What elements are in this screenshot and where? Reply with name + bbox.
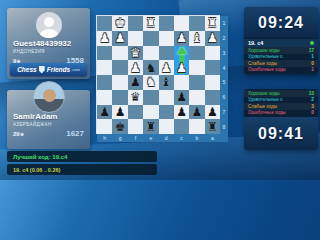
white-clock: 09:24 [244,7,318,38]
stat-label: Хорошие ходы [248,48,279,53]
square-c8[interactable] [174,119,189,134]
square-d7[interactable] [159,105,174,120]
black-clock-time: 09:41 [258,125,304,143]
rank-label-2: 2 [220,31,228,46]
piece-f6: ♛ [130,91,141,103]
stat-value: 13 [309,91,314,96]
square-a4[interactable] [205,60,220,75]
square-h2[interactable]: ♟ [97,31,112,46]
avatar-photo [43,89,56,102]
piece-g8: ♚ [115,121,126,133]
chessfriends-logo[interactable]: Chess Friends .com [10,63,87,76]
avatar-black[interactable] [33,81,65,113]
square-g1[interactable]: ♚ [112,16,127,31]
square-h4[interactable] [97,60,112,75]
stat-row-3: Ошибочные ходы1 [244,67,318,74]
stat-value: 0 [311,61,314,66]
stat-label: Ошибочные ходы [248,110,286,115]
eval-line: 19. c4 (0.06→0.26) [7,164,157,175]
file-label-c: c [174,134,189,142]
best-move-text: Лучший ход: 19.c4 [13,154,67,160]
piece-g2: ♟ [115,32,126,44]
square-f4[interactable]: ♟ [128,60,143,75]
black-stats: Хорошие ходы13Удивительные х.2Слабые ход… [244,89,318,117]
square-b8[interactable] [189,119,204,134]
piece-e4: ♞ [145,62,156,74]
shield-icon [39,66,45,74]
square-c5[interactable] [174,75,189,90]
piece-f3: ♛ [130,47,141,59]
stat-label: Ошибочные ходы [248,67,286,72]
piece-h2: ♟ [99,32,110,44]
file-label-h: h [97,134,112,142]
square-h3[interactable] [97,46,112,61]
last-move-label: 19. c4 [248,40,263,46]
square-a1[interactable]: ♜ [205,16,220,31]
square-a5[interactable] [205,75,220,90]
square-d2[interactable] [159,31,174,46]
arrow-head [177,46,187,54]
square-b4[interactable] [189,60,204,75]
square-h6[interactable] [97,90,112,105]
square-c1[interactable] [174,16,189,31]
rank-label-6: 6 [220,90,228,105]
square-f6[interactable]: ♛ [128,90,143,105]
square-g6[interactable] [112,90,127,105]
stat-value: 1 [311,54,314,59]
piece-c7: ♟ [176,106,187,118]
square-b7[interactable]: ♟ [189,105,204,120]
piece-a2: ♟ [207,32,218,44]
stat-value: 3 [311,104,314,109]
file-label-b: b [189,134,204,142]
piece-f5: ♟ [130,76,141,88]
last-move-row[interactable]: 19. c4 [244,39,318,47]
square-f3[interactable]: ♛ [128,46,143,61]
stat-label: Удивительные х. [248,54,284,59]
stat-value: 2 [311,97,314,102]
file-label-d: d [159,134,174,142]
square-h8[interactable] [97,119,112,134]
white-panel: 09:24 19. c4 Хорошие ходы17Удивительные … [244,7,318,74]
rank-label-5: 5 [220,75,228,90]
square-h7[interactable]: ♟ [97,105,112,120]
square-b6[interactable] [189,90,204,105]
logo-chess-text: Chess [17,66,37,73]
piece-a7: ♟ [207,106,218,118]
player-stars-black: 29★ [13,131,24,137]
corner-pad [220,134,228,142]
white-stats: 19. c4 Хорошие ходы17Удивительные х.1Сла… [244,38,318,74]
piece-e1: ♜ [145,17,156,29]
logo-com-text: .com [71,67,80,72]
rank-labels: 12345678 [220,16,228,134]
stat-row-3: Ошибочные ходы0 [244,110,318,117]
square-g3[interactable] [112,46,127,61]
square-g5[interactable] [112,75,127,90]
avatar-silhouette-icon [40,29,58,38]
black-panel: Хорошие ходы13Удивительные х.2Слабые ход… [244,89,318,150]
avatar-white[interactable] [36,12,62,38]
square-b5[interactable] [189,75,204,90]
piece-c2: ♟ [176,32,187,44]
square-a8[interactable]: ♜ [205,119,220,134]
stat-label: Слабые ходы [248,61,277,66]
square-d1[interactable] [159,16,174,31]
square-e4[interactable]: ♞ [143,60,158,75]
piece-d5: ♝ [161,76,172,88]
chess-board: ♚♜♜♟♟♟♝♟♛♟♞♟♟♟♞♝♛♟♟♟♟♟♟♚♜♜ 12345678 hgfe… [96,15,220,134]
move-quality-dot-icon [310,41,314,45]
piece-g7: ♟ [115,106,126,118]
player-name-white: Guest48439932 [7,38,90,48]
stat-value: 17 [309,48,314,53]
square-c6[interactable]: ♟ [174,90,189,105]
rank-label-7: 7 [220,105,228,120]
square-d8[interactable] [159,119,174,134]
piece-c4: ♟ [176,62,187,74]
square-d6[interactable] [159,90,174,105]
file-label-f: f [128,134,143,142]
square-f7[interactable] [128,105,143,120]
square-d5[interactable]: ♝ [159,75,174,90]
square-f2[interactable] [128,31,143,46]
square-f1[interactable] [128,16,143,31]
rank-label-4: 4 [220,60,228,75]
square-e1[interactable]: ♜ [143,16,158,31]
square-e7[interactable] [143,105,158,120]
square-g2[interactable]: ♟ [112,31,127,46]
stat-value: 0 [311,110,314,115]
square-a7[interactable]: ♟ [205,105,220,120]
square-e5[interactable]: ♞ [143,75,158,90]
square-e8[interactable]: ♜ [143,119,158,134]
board-squares: ♚♜♜♟♟♟♝♟♛♟♞♟♟♟♞♝♛♟♟♟♟♟♟♚♜♜ [96,15,220,134]
square-a2[interactable]: ♟ [205,31,220,46]
piece-e8: ♜ [145,121,156,133]
star-icon: ★ [20,131,24,137]
square-e2[interactable] [143,31,158,46]
file-labels: hgfedcba [97,134,228,142]
piece-e5: ♞ [145,76,156,88]
piece-b2: ♝ [192,32,203,44]
stat-value: 1 [311,67,314,72]
white-clock-time: 09:24 [258,14,304,32]
square-g7[interactable]: ♟ [112,105,127,120]
square-d3[interactable] [159,46,174,61]
square-f8[interactable] [128,119,143,134]
player-rating-black: 1627 [66,129,84,138]
stat-label: Хорошие ходы [248,91,279,96]
black-clock: 09:41 [244,117,318,150]
eval-text: 19. c4 (0.06→0.26) [13,167,60,173]
stat-label: Удивительные х. [248,97,284,102]
file-label-e: e [143,134,158,142]
piece-a1: ♜ [207,17,218,29]
file-label-g: g [112,134,127,142]
square-e3[interactable] [143,46,158,61]
square-d4[interactable]: ♟ [159,60,174,75]
square-f5[interactable]: ♟ [128,75,143,90]
piece-g1: ♚ [115,17,126,29]
square-g4[interactable] [112,60,127,75]
rank-label-3: 3 [220,46,228,61]
square-b1[interactable] [189,16,204,31]
square-h1[interactable] [97,16,112,31]
avatar-silhouette-icon [44,17,54,27]
square-b3[interactable] [189,46,204,61]
piece-b7: ♟ [192,106,203,118]
rank-label-1: 1 [220,16,228,31]
stat-label: Слабые ходы [248,104,277,109]
piece-c6: ♟ [176,91,187,103]
square-c7[interactable]: ♟ [174,105,189,120]
square-c2[interactable]: ♟ [174,31,189,46]
player-card-black: SamirAdam АЗЕРБАЙДЖАН 29★ 1627 [7,90,90,149]
square-a3[interactable] [205,46,220,61]
square-e6[interactable] [143,90,158,105]
rank-label-8: 8 [220,119,228,134]
file-label-a: a [205,134,220,142]
piece-d4: ♟ [161,62,172,74]
logo-friends-text: Friends [47,66,70,73]
best-move-hint: Лучший ход: 19.c4 [7,151,157,162]
piece-a8: ♜ [207,121,218,133]
square-g8[interactable]: ♚ [112,119,127,134]
piece-f4: ♟ [130,62,141,74]
piece-h7: ♟ [99,106,110,118]
square-h5[interactable] [97,75,112,90]
square-a6[interactable] [205,90,220,105]
square-b2[interactable]: ♝ [189,31,204,46]
